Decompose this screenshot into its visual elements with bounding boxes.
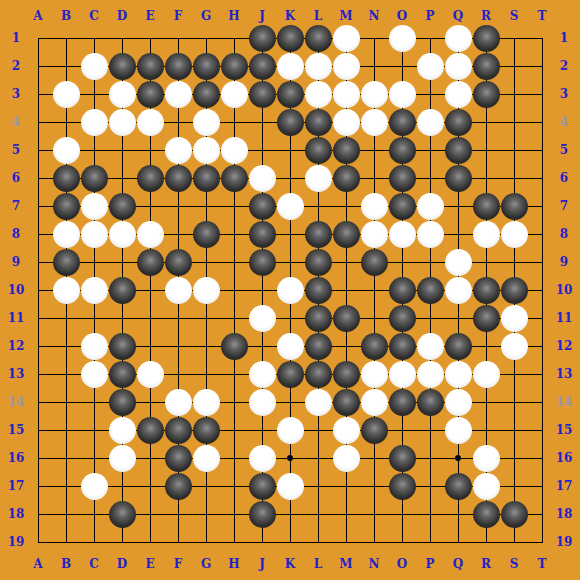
- board-cell[interactable]: [500, 164, 528, 192]
- board-cell[interactable]: [332, 52, 360, 80]
- board-cell[interactable]: [52, 52, 80, 80]
- board-cell[interactable]: [248, 416, 276, 444]
- board-cell[interactable]: [360, 332, 388, 360]
- board-cell[interactable]: [164, 500, 192, 528]
- board-cell[interactable]: [80, 528, 108, 556]
- board-cell[interactable]: [444, 444, 472, 472]
- board-cell[interactable]: [108, 136, 136, 164]
- board-cell[interactable]: [472, 416, 500, 444]
- board-cell[interactable]: [220, 528, 248, 556]
- board-cell[interactable]: [472, 388, 500, 416]
- board-cell[interactable]: [220, 444, 248, 472]
- board-cell[interactable]: [472, 360, 500, 388]
- board-cell[interactable]: [248, 24, 276, 52]
- board-cell[interactable]: [444, 528, 472, 556]
- board-cell[interactable]: [332, 444, 360, 472]
- board-cell[interactable]: [80, 472, 108, 500]
- board-cell[interactable]: [388, 444, 416, 472]
- board-cell[interactable]: [192, 24, 220, 52]
- board-cell[interactable]: [52, 472, 80, 500]
- board-cell[interactable]: [248, 500, 276, 528]
- board-cell[interactable]: [332, 192, 360, 220]
- board-cell[interactable]: [52, 332, 80, 360]
- board-cell[interactable]: [500, 24, 528, 52]
- board-cell[interactable]: [164, 360, 192, 388]
- board-cell[interactable]: [332, 164, 360, 192]
- board-cell[interactable]: [332, 472, 360, 500]
- board-cell[interactable]: [136, 192, 164, 220]
- board-cell[interactable]: [80, 416, 108, 444]
- board-cell[interactable]: [276, 388, 304, 416]
- board-cell[interactable]: [248, 472, 276, 500]
- board-cell[interactable]: [388, 388, 416, 416]
- board-cell[interactable]: [276, 80, 304, 108]
- board-cell[interactable]: [304, 360, 332, 388]
- board-cell[interactable]: [164, 24, 192, 52]
- board-cell[interactable]: [500, 472, 528, 500]
- board-cell[interactable]: [164, 248, 192, 276]
- board-cell[interactable]: [416, 220, 444, 248]
- board-cell[interactable]: [360, 220, 388, 248]
- board-cell[interactable]: [248, 192, 276, 220]
- board-cell[interactable]: [528, 276, 556, 304]
- board-cell[interactable]: [360, 24, 388, 52]
- board-cell[interactable]: [80, 276, 108, 304]
- board-cell[interactable]: [192, 220, 220, 248]
- board-cell[interactable]: [304, 472, 332, 500]
- board-cell[interactable]: [192, 136, 220, 164]
- board-cell[interactable]: [80, 444, 108, 472]
- board-cell[interactable]: [52, 108, 80, 136]
- board-cell[interactable]: [24, 332, 52, 360]
- board-cell[interactable]: [192, 472, 220, 500]
- board-cell[interactable]: [220, 52, 248, 80]
- board-cell[interactable]: [24, 388, 52, 416]
- board-cell[interactable]: [24, 360, 52, 388]
- board-cell[interactable]: [472, 444, 500, 472]
- board-cell[interactable]: [388, 52, 416, 80]
- board-cell[interactable]: [360, 444, 388, 472]
- board-cell[interactable]: [304, 52, 332, 80]
- board-cell[interactable]: [164, 472, 192, 500]
- board-cell[interactable]: [108, 444, 136, 472]
- board-cell[interactable]: [164, 304, 192, 332]
- board-cell[interactable]: [416, 444, 444, 472]
- board-cell[interactable]: [444, 304, 472, 332]
- board-cell[interactable]: [528, 528, 556, 556]
- board-cell[interactable]: [52, 388, 80, 416]
- board-cell[interactable]: [276, 220, 304, 248]
- board-cell[interactable]: [52, 416, 80, 444]
- board-cell[interactable]: [136, 500, 164, 528]
- board-cell[interactable]: [360, 360, 388, 388]
- board-cell[interactable]: [136, 24, 164, 52]
- board-cell[interactable]: [192, 528, 220, 556]
- board-cell[interactable]: [248, 444, 276, 472]
- board-cell[interactable]: [164, 108, 192, 136]
- board-cell[interactable]: [52, 192, 80, 220]
- board-cell[interactable]: [304, 444, 332, 472]
- board-cell[interactable]: [528, 360, 556, 388]
- board-cell[interactable]: [304, 304, 332, 332]
- board-cell[interactable]: [332, 80, 360, 108]
- board-cell[interactable]: [80, 500, 108, 528]
- board-cell[interactable]: [388, 416, 416, 444]
- board-cell[interactable]: [248, 248, 276, 276]
- board-cell[interactable]: [108, 80, 136, 108]
- board-cell[interactable]: [276, 248, 304, 276]
- board-cell[interactable]: [388, 528, 416, 556]
- board-cell[interactable]: [24, 304, 52, 332]
- board-cell[interactable]: [108, 248, 136, 276]
- board-cell[interactable]: [500, 416, 528, 444]
- board-cell[interactable]: [416, 52, 444, 80]
- board-cell[interactable]: [500, 360, 528, 388]
- board-cell[interactable]: [528, 80, 556, 108]
- board-cell[interactable]: [388, 360, 416, 388]
- board-cell[interactable]: [192, 388, 220, 416]
- board-cell[interactable]: [528, 220, 556, 248]
- board-cell[interactable]: [220, 276, 248, 304]
- board-cell[interactable]: [360, 164, 388, 192]
- board-cell[interactable]: [220, 472, 248, 500]
- board-cell[interactable]: [24, 276, 52, 304]
- board-cell[interactable]: [444, 80, 472, 108]
- board-cell[interactable]: [528, 108, 556, 136]
- board-cell[interactable]: [388, 192, 416, 220]
- board-cell[interactable]: [500, 80, 528, 108]
- board-cell[interactable]: [332, 500, 360, 528]
- board-cell[interactable]: [220, 360, 248, 388]
- board-cell[interactable]: [108, 416, 136, 444]
- board-cell[interactable]: [444, 276, 472, 304]
- board-cell[interactable]: [388, 304, 416, 332]
- board-cell[interactable]: [528, 500, 556, 528]
- board-cell[interactable]: [360, 52, 388, 80]
- board-cell[interactable]: [388, 220, 416, 248]
- board-cell[interactable]: [220, 108, 248, 136]
- board-cell[interactable]: [444, 332, 472, 360]
- board-cell[interactable]: [388, 136, 416, 164]
- board-cell[interactable]: [164, 276, 192, 304]
- board-cell[interactable]: [52, 248, 80, 276]
- board-cell[interactable]: [24, 192, 52, 220]
- board-cell[interactable]: [136, 136, 164, 164]
- board-cell[interactable]: [24, 80, 52, 108]
- board-cell[interactable]: [52, 136, 80, 164]
- board-cell[interactable]: [136, 80, 164, 108]
- board-cell[interactable]: [108, 388, 136, 416]
- board-cell[interactable]: [472, 136, 500, 164]
- board-cell[interactable]: [248, 108, 276, 136]
- board-cell[interactable]: [136, 444, 164, 472]
- board-cell[interactable]: [500, 136, 528, 164]
- board-cell[interactable]: [416, 248, 444, 276]
- board-cell[interactable]: [416, 164, 444, 192]
- board-cell[interactable]: [472, 220, 500, 248]
- board-cell[interactable]: [136, 276, 164, 304]
- board-cell[interactable]: [220, 304, 248, 332]
- board-cell[interactable]: [276, 500, 304, 528]
- board-cell[interactable]: [304, 528, 332, 556]
- board-cell[interactable]: [388, 472, 416, 500]
- board-cell[interactable]: [416, 332, 444, 360]
- board-cell[interactable]: [332, 108, 360, 136]
- board-cell[interactable]: [108, 164, 136, 192]
- board-cell[interactable]: [108, 276, 136, 304]
- board-cell[interactable]: [192, 416, 220, 444]
- board-cell[interactable]: [416, 276, 444, 304]
- board-cell[interactable]: [416, 416, 444, 444]
- board-cell[interactable]: [304, 276, 332, 304]
- board-cell[interactable]: [332, 248, 360, 276]
- board-cell[interactable]: [24, 24, 52, 52]
- board-cell[interactable]: [108, 304, 136, 332]
- board-cell[interactable]: [220, 220, 248, 248]
- board-cell[interactable]: [304, 220, 332, 248]
- board-cell[interactable]: [52, 220, 80, 248]
- board-cell[interactable]: [108, 332, 136, 360]
- board-cell[interactable]: [332, 388, 360, 416]
- board-cell[interactable]: [304, 388, 332, 416]
- board-cell[interactable]: [472, 80, 500, 108]
- board-cell[interactable]: [472, 52, 500, 80]
- board-cell[interactable]: [388, 164, 416, 192]
- board-cell[interactable]: [136, 332, 164, 360]
- board-cell[interactable]: [472, 332, 500, 360]
- board-cell[interactable]: [108, 52, 136, 80]
- board-cell[interactable]: [416, 108, 444, 136]
- board-cell[interactable]: [80, 360, 108, 388]
- board-cell[interactable]: [192, 52, 220, 80]
- board-cell[interactable]: [80, 80, 108, 108]
- board-cell[interactable]: [332, 416, 360, 444]
- board-cell[interactable]: [80, 248, 108, 276]
- board-cell[interactable]: [500, 220, 528, 248]
- board-cell[interactable]: [108, 360, 136, 388]
- board-cell[interactable]: [472, 192, 500, 220]
- board-cell[interactable]: [416, 24, 444, 52]
- board-cell[interactable]: [192, 500, 220, 528]
- board-cell[interactable]: [24, 220, 52, 248]
- board-cell[interactable]: [360, 136, 388, 164]
- board-cell[interactable]: [136, 472, 164, 500]
- board-cell[interactable]: [136, 248, 164, 276]
- board-cell[interactable]: [24, 416, 52, 444]
- board-cell[interactable]: [472, 276, 500, 304]
- board-cell[interactable]: [220, 136, 248, 164]
- board-cell[interactable]: [528, 52, 556, 80]
- board-cell[interactable]: [164, 388, 192, 416]
- board-cell[interactable]: [444, 136, 472, 164]
- board-cell[interactable]: [304, 80, 332, 108]
- board-cell[interactable]: [276, 52, 304, 80]
- board-cell[interactable]: [108, 192, 136, 220]
- board-cell[interactable]: [276, 360, 304, 388]
- board-cell[interactable]: [528, 136, 556, 164]
- board-cell[interactable]: [164, 528, 192, 556]
- board-cell[interactable]: [332, 360, 360, 388]
- board-cell[interactable]: [24, 500, 52, 528]
- board-cell[interactable]: [528, 164, 556, 192]
- board-cell[interactable]: [500, 500, 528, 528]
- board-cell[interactable]: [416, 192, 444, 220]
- board-cell[interactable]: [52, 304, 80, 332]
- board-cell[interactable]: [528, 24, 556, 52]
- board-cell[interactable]: [136, 304, 164, 332]
- board-cell[interactable]: [416, 360, 444, 388]
- board-cell[interactable]: [500, 388, 528, 416]
- board-cell[interactable]: [416, 500, 444, 528]
- board-cell[interactable]: [500, 52, 528, 80]
- board-cell[interactable]: [472, 304, 500, 332]
- board-cell[interactable]: [500, 192, 528, 220]
- board-cell[interactable]: [52, 80, 80, 108]
- board-cell[interactable]: [276, 276, 304, 304]
- board-cell[interactable]: [528, 304, 556, 332]
- board-cell[interactable]: [444, 220, 472, 248]
- board-cell[interactable]: [164, 416, 192, 444]
- board-cell[interactable]: [136, 164, 164, 192]
- board-cell[interactable]: [472, 472, 500, 500]
- board-cell[interactable]: [416, 528, 444, 556]
- board-cell[interactable]: [220, 332, 248, 360]
- board-cell[interactable]: [80, 108, 108, 136]
- board-cell[interactable]: [304, 164, 332, 192]
- board-cell[interactable]: [164, 192, 192, 220]
- board-cell[interactable]: [276, 136, 304, 164]
- board-cell[interactable]: [108, 24, 136, 52]
- board-cell[interactable]: [248, 52, 276, 80]
- board-cell[interactable]: [52, 500, 80, 528]
- board-cell[interactable]: [276, 24, 304, 52]
- board-cell[interactable]: [304, 192, 332, 220]
- board-cell[interactable]: [416, 80, 444, 108]
- board-cell[interactable]: [444, 388, 472, 416]
- board-cell[interactable]: [332, 332, 360, 360]
- board-cell[interactable]: [444, 360, 472, 388]
- board-cell[interactable]: [108, 500, 136, 528]
- board-cell[interactable]: [24, 472, 52, 500]
- board-cell[interactable]: [444, 52, 472, 80]
- board-cell[interactable]: [500, 444, 528, 472]
- board-cell[interactable]: [416, 472, 444, 500]
- board-cell[interactable]: [108, 472, 136, 500]
- board-cell[interactable]: [472, 248, 500, 276]
- board-cell[interactable]: [528, 472, 556, 500]
- board-cell[interactable]: [24, 136, 52, 164]
- board-cell[interactable]: [248, 80, 276, 108]
- board-cell[interactable]: [276, 472, 304, 500]
- board-cell[interactable]: [276, 164, 304, 192]
- board-cell[interactable]: [360, 500, 388, 528]
- board-cell[interactable]: [472, 528, 500, 556]
- board-cell[interactable]: [80, 164, 108, 192]
- board-cell[interactable]: [304, 108, 332, 136]
- board-cell[interactable]: [388, 248, 416, 276]
- board-cell[interactable]: [220, 80, 248, 108]
- board-cell[interactable]: [24, 108, 52, 136]
- board-cell[interactable]: [192, 276, 220, 304]
- board-cell[interactable]: [444, 248, 472, 276]
- board-cell[interactable]: [192, 304, 220, 332]
- board-cell[interactable]: [416, 388, 444, 416]
- board-cell[interactable]: [444, 500, 472, 528]
- board-cell[interactable]: [164, 444, 192, 472]
- board-cell[interactable]: [528, 416, 556, 444]
- board-cell[interactable]: [444, 24, 472, 52]
- board-cell[interactable]: [80, 304, 108, 332]
- board-cell[interactable]: [24, 52, 52, 80]
- board-cell[interactable]: [192, 332, 220, 360]
- board-cell[interactable]: [248, 528, 276, 556]
- board-cell[interactable]: [388, 276, 416, 304]
- board-cell[interactable]: [444, 164, 472, 192]
- board-cell[interactable]: [192, 108, 220, 136]
- board-cell[interactable]: [276, 416, 304, 444]
- board-cell[interactable]: [52, 164, 80, 192]
- board-cell[interactable]: [332, 24, 360, 52]
- board-cell[interactable]: [192, 444, 220, 472]
- board-cell[interactable]: [164, 52, 192, 80]
- board-cell[interactable]: [52, 276, 80, 304]
- board-cell[interactable]: [192, 164, 220, 192]
- board-cell[interactable]: [444, 192, 472, 220]
- board-cell[interactable]: [164, 332, 192, 360]
- board-cell[interactable]: [528, 248, 556, 276]
- board-cell[interactable]: [528, 332, 556, 360]
- board-cell[interactable]: [304, 416, 332, 444]
- board-cell[interactable]: [416, 136, 444, 164]
- board-cell[interactable]: [192, 192, 220, 220]
- board-cell[interactable]: [360, 108, 388, 136]
- board-cell[interactable]: [52, 528, 80, 556]
- board-cell[interactable]: [360, 416, 388, 444]
- board-cell[interactable]: [80, 24, 108, 52]
- board-cell[interactable]: [528, 192, 556, 220]
- board-cell[interactable]: [388, 108, 416, 136]
- board-cell[interactable]: [500, 528, 528, 556]
- board-cell[interactable]: [388, 500, 416, 528]
- board-cell[interactable]: [136, 528, 164, 556]
- board-cell[interactable]: [136, 416, 164, 444]
- board-cell[interactable]: [248, 360, 276, 388]
- board-cell[interactable]: [80, 52, 108, 80]
- board-cell[interactable]: [192, 80, 220, 108]
- board-cell[interactable]: [388, 24, 416, 52]
- board-cell[interactable]: [276, 304, 304, 332]
- board-cell[interactable]: [472, 108, 500, 136]
- board-cell[interactable]: [332, 276, 360, 304]
- board-cell[interactable]: [52, 24, 80, 52]
- board-cell[interactable]: [108, 528, 136, 556]
- board-cell[interactable]: [304, 136, 332, 164]
- board-cell[interactable]: [360, 388, 388, 416]
- board-cell[interactable]: [388, 80, 416, 108]
- board-cell[interactable]: [444, 472, 472, 500]
- board-cell[interactable]: [472, 164, 500, 192]
- board-cell[interactable]: [472, 24, 500, 52]
- board-cell[interactable]: [192, 360, 220, 388]
- board-cell[interactable]: [276, 192, 304, 220]
- board-cell[interactable]: [472, 500, 500, 528]
- board-cell[interactable]: [80, 136, 108, 164]
- board-cell[interactable]: [444, 108, 472, 136]
- board-cell[interactable]: [220, 24, 248, 52]
- board-cell[interactable]: [248, 332, 276, 360]
- board-cell[interactable]: [500, 276, 528, 304]
- board-cell[interactable]: [360, 528, 388, 556]
